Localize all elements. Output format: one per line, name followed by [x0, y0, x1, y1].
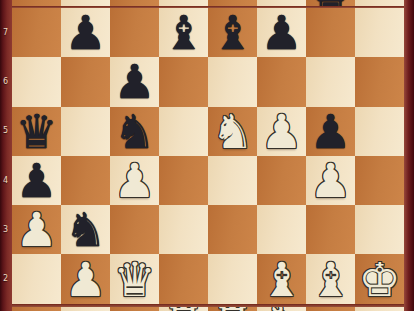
bottom-edge-sliver-c1 — [110, 307, 159, 311]
top-edge-sliver-g: ♚ — [306, 0, 355, 6]
piece-black-pawn-a4[interactable]: ♟ — [15, 157, 57, 204]
rank-label-2: 2 — [0, 275, 11, 283]
square-e4[interactable] — [208, 156, 257, 205]
square-d2[interactable] — [159, 254, 208, 303]
square-a6[interactable] — [12, 57, 61, 106]
piece-white-knight-e5[interactable]: ♞ — [211, 108, 253, 155]
piece-black-bishop-e7[interactable]: ♝ — [211, 9, 253, 56]
square-g4[interactable]: ♟ — [306, 156, 355, 205]
square-d3[interactable] — [159, 205, 208, 254]
square-g3[interactable] — [306, 205, 355, 254]
rank-label-7: 7 — [0, 29, 11, 37]
partial-piece-top-e1: ♜ — [211, 307, 253, 311]
rank-label-6: 6 — [0, 78, 11, 86]
board-frame-left — [0, 0, 12, 311]
square-f4[interactable] — [257, 156, 306, 205]
piece-black-pawn-c6[interactable]: ♟ — [113, 58, 155, 105]
square-h2[interactable]: ♚ — [355, 254, 404, 303]
rank-label-5: 5 — [0, 127, 11, 135]
square-b2[interactable]: ♟ — [61, 254, 110, 303]
top-edge-sliver-h — [355, 0, 404, 6]
square-e7[interactable]: ♝ — [208, 8, 257, 57]
square-f6[interactable] — [257, 57, 306, 106]
piece-black-queen-a5[interactable]: ♛ — [15, 108, 57, 155]
square-d5[interactable] — [159, 107, 208, 156]
square-d4[interactable] — [159, 156, 208, 205]
square-c4[interactable]: ♟ — [110, 156, 159, 205]
square-b5[interactable] — [61, 107, 110, 156]
chess-board[interactable]: ♚♟♝♝♟♟♛♞♞♟♟♟♟♟♟♞♟♛♝♝♚♜♜♞ — [12, 0, 404, 311]
square-h6[interactable] — [355, 57, 404, 106]
square-b4[interactable] — [61, 156, 110, 205]
square-b6[interactable] — [61, 57, 110, 106]
rank-label-3: 3 — [0, 226, 11, 234]
square-e6[interactable] — [208, 57, 257, 106]
partial-piece-base-g-top: ♚ — [309, 0, 351, 6]
square-a4[interactable]: ♟ — [12, 156, 61, 205]
square-e5[interactable]: ♞ — [208, 107, 257, 156]
square-g6[interactable] — [306, 57, 355, 106]
piece-white-pawn-b2[interactable]: ♟ — [64, 256, 106, 303]
square-c2[interactable]: ♛ — [110, 254, 159, 303]
square-g2[interactable]: ♝ — [306, 254, 355, 303]
square-b7[interactable]: ♟ — [61, 8, 110, 57]
piece-white-queen-c2[interactable]: ♛ — [113, 256, 155, 303]
partial-piece-top-f1: ♞ — [260, 307, 302, 311]
square-a3[interactable]: ♟ — [12, 205, 61, 254]
square-f3[interactable] — [257, 205, 306, 254]
square-a7[interactable] — [12, 8, 61, 57]
piece-white-bishop-f2[interactable]: ♝ — [260, 256, 302, 303]
piece-white-pawn-c4[interactable]: ♟ — [113, 157, 155, 204]
square-c5[interactable]: ♞ — [110, 107, 159, 156]
piece-black-bishop-d7[interactable]: ♝ — [162, 9, 204, 56]
square-f5[interactable]: ♟ — [257, 107, 306, 156]
bottom-edge-sliver-g1 — [306, 307, 355, 311]
board-frame-right — [404, 0, 414, 311]
square-a5[interactable]: ♛ — [12, 107, 61, 156]
square-f2[interactable]: ♝ — [257, 254, 306, 303]
square-a2[interactable] — [12, 254, 61, 303]
square-e3[interactable] — [208, 205, 257, 254]
piece-white-pawn-f5[interactable]: ♟ — [260, 108, 302, 155]
square-c3[interactable] — [110, 205, 159, 254]
top-edge-sliver-a — [12, 0, 61, 6]
square-h3[interactable] — [355, 205, 404, 254]
piece-white-pawn-g4[interactable]: ♟ — [309, 157, 351, 204]
square-b3[interactable]: ♞ — [61, 205, 110, 254]
piece-white-bishop-g2[interactable]: ♝ — [309, 256, 351, 303]
piece-white-pawn-a3[interactable]: ♟ — [15, 206, 57, 253]
chess-board-screenshot: 765432 ♚♟♝♝♟♟♛♞♞♟♟♟♟♟♟♞♟♛♝♝♚♜♜♞ — [0, 0, 414, 311]
bottom-edge-sliver-f1: ♞ — [257, 307, 306, 311]
bottom-edge-sliver-b1 — [61, 307, 110, 311]
piece-black-pawn-g5[interactable]: ♟ — [309, 108, 351, 155]
top-edge-sliver-c — [110, 0, 159, 6]
square-d6[interactable] — [159, 57, 208, 106]
bottom-edge-sliver-a1 — [12, 307, 61, 311]
square-c6[interactable]: ♟ — [110, 57, 159, 106]
bottom-edge-sliver-e1: ♜ — [208, 307, 257, 311]
bottom-edge-sliver-d1: ♜ — [159, 307, 208, 311]
piece-black-pawn-f7[interactable]: ♟ — [260, 9, 302, 56]
square-h4[interactable] — [355, 156, 404, 205]
piece-black-knight-c5[interactable]: ♞ — [113, 108, 155, 155]
square-c7[interactable] — [110, 8, 159, 57]
square-g5[interactable]: ♟ — [306, 107, 355, 156]
piece-black-knight-b3[interactable]: ♞ — [64, 206, 106, 253]
square-d7[interactable]: ♝ — [159, 8, 208, 57]
square-h7[interactable] — [355, 8, 404, 57]
bottom-edge-sliver-h1 — [355, 307, 404, 311]
partial-piece-top-d1: ♜ — [162, 307, 204, 311]
square-g7[interactable] — [306, 8, 355, 57]
piece-white-king-h2[interactable]: ♚ — [358, 256, 400, 303]
rank-label-4: 4 — [0, 177, 11, 185]
square-e2[interactable] — [208, 254, 257, 303]
square-h5[interactable] — [355, 107, 404, 156]
square-f7[interactable]: ♟ — [257, 8, 306, 57]
piece-black-pawn-b7[interactable]: ♟ — [64, 9, 106, 56]
